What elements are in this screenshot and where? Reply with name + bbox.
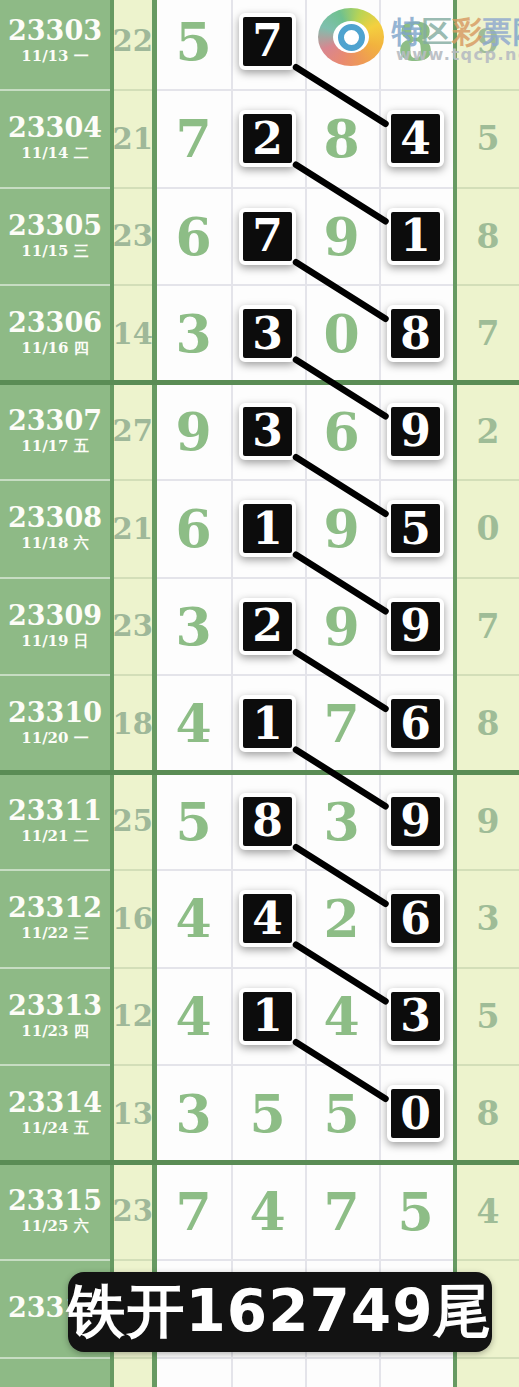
digit-value: 5: [323, 1083, 359, 1144]
highlighted-digit: 9: [387, 793, 444, 850]
tail-value: 9: [477, 802, 500, 841]
digit-value: 9: [323, 206, 359, 267]
digit-value: 1: [252, 507, 283, 551]
digit-cell: 3: [157, 285, 231, 383]
digit-value: 7: [323, 1181, 359, 1242]
issue-number: 23307: [8, 407, 102, 435]
digit-cell: 6: [157, 188, 231, 286]
tail-cell: 7: [457, 578, 519, 676]
digit-cell: 9: [305, 578, 379, 676]
digit-cell: 3: [231, 285, 305, 383]
row-separator: [457, 577, 519, 579]
sum-cell: 23: [114, 188, 153, 286]
digit-cell: 9: [379, 578, 453, 676]
digit-value: 4: [252, 897, 283, 941]
row-separator: [0, 1259, 110, 1261]
sum-value: 13: [113, 1097, 153, 1131]
digit-value: 8: [252, 799, 283, 843]
tail-cell: 8: [457, 1065, 519, 1163]
digit-value: 5: [397, 1181, 433, 1242]
table-row: 23310 11/20 一 18 4176 8: [0, 675, 519, 773]
group-separator: [0, 1160, 519, 1165]
highlighted-digit: 1: [239, 695, 296, 752]
row-separator: [457, 1259, 519, 1261]
digit-cell: 4: [157, 675, 231, 773]
site-name-char: 区: [422, 14, 452, 49]
row-separator: [114, 479, 153, 481]
row-separator: [114, 869, 153, 871]
issue-date: 11/14 二: [21, 144, 88, 163]
digit-cell: 3: [157, 578, 231, 676]
digit-value: 8: [400, 312, 431, 356]
digit-cell: 7: [157, 90, 231, 188]
highlighted-digit: 1: [239, 500, 296, 557]
highlighted-digit: 0: [387, 1085, 444, 1142]
digit-value: 7: [323, 693, 359, 754]
digit-cell: 8: [379, 285, 453, 383]
table-row: 23306 11/16 四 14 3308 7: [0, 285, 519, 383]
sum-cell: 13: [114, 1065, 153, 1163]
digit-value: 6: [175, 206, 211, 267]
highlighted-digit: 8: [239, 793, 296, 850]
tail-cell: [457, 1358, 519, 1387]
digit-value: 9: [323, 498, 359, 559]
digit-cell: 5: [379, 1163, 453, 1261]
issue-date: 11/23 四: [21, 1022, 88, 1041]
digit-value: 1: [252, 994, 283, 1038]
sum-value: 16: [113, 902, 153, 936]
issue-number: 23312: [8, 894, 102, 922]
logo-blue-ring-icon: [338, 24, 365, 51]
sum-cell: 14: [114, 285, 153, 383]
digit-cell: 3: [305, 773, 379, 871]
digit-cell: 6: [379, 870, 453, 968]
digit-cell: 7: [305, 1163, 379, 1261]
digit-value: 3: [175, 1083, 211, 1144]
highlighted-digit: 3: [239, 403, 296, 460]
issue-cell: 23303 11/13 一: [0, 0, 110, 90]
tail-cell: 8: [457, 188, 519, 286]
issue-cell: [0, 1358, 110, 1387]
sum-value: 21: [113, 512, 153, 546]
row-separator: [0, 89, 110, 91]
digit-cell: 1: [379, 188, 453, 286]
digit-value: 3: [175, 303, 211, 364]
site-watermark: 特区彩票网 www.tqcp.net: [314, 4, 519, 68]
digit-cell: 2: [305, 870, 379, 968]
digit-cell: 9: [305, 480, 379, 578]
row-separator: [114, 187, 153, 189]
issue-date: 11/21 二: [21, 827, 88, 846]
digit-cell: 3: [157, 1065, 231, 1163]
digit-value: 3: [175, 596, 211, 657]
tail-value: 2: [477, 412, 500, 451]
issue-number: 23309: [8, 602, 102, 630]
highlighted-digit: 5: [387, 500, 444, 557]
tail-value: 8: [477, 1094, 500, 1133]
digit-cell: 4: [231, 1163, 305, 1261]
digit-cell: 5: [305, 1065, 379, 1163]
digit-cell: 6: [157, 480, 231, 578]
highlighted-digit: 7: [239, 208, 296, 265]
tail-cell: 5: [457, 90, 519, 188]
sum-cell: 12: [114, 968, 153, 1066]
row-separator: [457, 479, 519, 481]
digit-cell: 0: [305, 285, 379, 383]
digit-cell: 4: [305, 968, 379, 1066]
table-row: 23312 11/22 三 16 4426 3: [0, 870, 519, 968]
row-separator: [0, 187, 110, 189]
row-separator: [457, 1357, 519, 1359]
highlighted-digit: 7: [239, 13, 296, 70]
digit-value: 3: [252, 409, 283, 453]
sum-cell: 22: [114, 0, 153, 90]
site-name-char: 网: [512, 14, 519, 49]
digit-cell: 7: [231, 0, 305, 90]
highlighted-digit: 3: [239, 305, 296, 362]
digit-value: 4: [175, 693, 211, 754]
digit-value: 9: [175, 401, 211, 462]
site-url: www.tqcp.net: [396, 45, 519, 64]
table-row: 23314 11/24 五 13 3550 8: [0, 1065, 519, 1163]
digit-cell: 4: [231, 870, 305, 968]
digit-cell: 0: [379, 1065, 453, 1163]
digit-value: 7: [175, 108, 211, 169]
tail-cell: 4: [457, 1163, 519, 1261]
issue-date: 11/13 一: [21, 47, 88, 66]
sum-value: 18: [113, 707, 153, 741]
digit-cell: [305, 1358, 379, 1387]
table-row: 23304 11/14 二 21 7284 5: [0, 90, 519, 188]
logo-inner-swirl-icon: [333, 21, 369, 53]
digit-cell: 5: [157, 773, 231, 871]
issue-date: 11/16 四: [21, 339, 88, 358]
issue-cell: 23308 11/18 六: [0, 480, 110, 578]
highlighted-digit: 1: [387, 208, 444, 265]
tail-value: 8: [477, 704, 500, 743]
digit-cell: 8: [305, 90, 379, 188]
issue-date: 11/25 六: [21, 1217, 88, 1236]
digit-value: 0: [323, 303, 359, 364]
row-separator: [114, 89, 153, 91]
row-separator: [0, 967, 110, 969]
row-separator: [457, 869, 519, 871]
digit-cell: 2: [231, 578, 305, 676]
tail-value: 7: [477, 607, 500, 646]
group-separator: [0, 770, 519, 775]
issue-cell: 23311 11/21 二: [0, 773, 110, 871]
row-separator: [0, 284, 110, 286]
sum-value: 22: [113, 24, 153, 58]
highlighted-digit: 6: [387, 890, 444, 947]
digit-cell: 9: [379, 383, 453, 481]
sum-value: 25: [113, 804, 153, 838]
sum-cell: 21: [114, 90, 153, 188]
digit-value: 5: [175, 791, 211, 852]
digit-value: 7: [252, 19, 283, 63]
sum-cell: 18: [114, 675, 153, 773]
digit-cell: [379, 1358, 453, 1387]
site-name-char: 票: [482, 14, 512, 49]
digit-value: 7: [252, 214, 283, 258]
sum-cell: 23: [114, 578, 153, 676]
issue-number: 23310: [8, 699, 102, 727]
digit-value: 9: [400, 604, 431, 648]
highlighted-digit: 9: [387, 403, 444, 460]
digit-cell: 5: [157, 0, 231, 90]
digit-value: 6: [400, 897, 431, 941]
row-separator: [114, 1259, 153, 1261]
issue-number: 23315: [8, 1187, 102, 1215]
row-separator: [0, 674, 110, 676]
digit-value: 7: [175, 1181, 211, 1242]
digit-cell: 4: [379, 90, 453, 188]
digit-cell: 2: [231, 90, 305, 188]
digit-value: 5: [249, 1083, 285, 1144]
issue-date: 11/18 六: [21, 534, 88, 553]
tail-cell: 5: [457, 968, 519, 1066]
digit-cell: 9: [305, 188, 379, 286]
issue-number: 23306: [8, 309, 102, 337]
issue-number: 23305: [8, 212, 102, 240]
row-separator: [457, 284, 519, 286]
column-border: [110, 0, 114, 1387]
digit-cell: 7: [305, 675, 379, 773]
issue-date: 11/24 五: [21, 1119, 88, 1138]
sum-value: 21: [113, 122, 153, 156]
site-logo-icon: [318, 8, 384, 66]
digit-cell: 1: [231, 675, 305, 773]
digit-cell: [231, 1358, 305, 1387]
issue-cell: 23313 11/23 四: [0, 968, 110, 1066]
row-separator: [114, 674, 153, 676]
digit-value: 0: [400, 1092, 431, 1136]
digit-cell: 5: [231, 1065, 305, 1163]
issue-number: 23311: [8, 797, 102, 825]
row-separator: [457, 967, 519, 969]
issue-cell: 23312 11/22 三: [0, 870, 110, 968]
digit-value: 4: [400, 117, 431, 161]
sum-value: 23: [113, 609, 153, 643]
tail-cell: 3: [457, 870, 519, 968]
site-name-char: 特: [392, 14, 422, 49]
digit-value: 3: [323, 791, 359, 852]
row-separator: [114, 1357, 153, 1359]
tail-cell: 2: [457, 383, 519, 481]
issue-number: 23314: [8, 1089, 102, 1117]
digit-value: 6: [323, 401, 359, 462]
tail-value: 7: [477, 314, 500, 353]
digit-value: 4: [249, 1181, 285, 1242]
table-row: 23315 11/25 六 23 7475 4: [0, 1163, 519, 1261]
sum-value: 23: [113, 219, 153, 253]
issue-cell: 23315 11/25 六: [0, 1163, 110, 1261]
sum-value: 12: [113, 999, 153, 1033]
row-separator: [0, 1357, 110, 1359]
prediction-banner: 铁开162749尾: [68, 1272, 492, 1352]
tail-cell: 8: [457, 675, 519, 773]
digit-value: 3: [400, 994, 431, 1038]
table-row: 23307 11/17 五 27 9369 2: [0, 383, 519, 481]
issue-cell: 23306 11/16 四: [0, 285, 110, 383]
tail-value: 4: [477, 1192, 500, 1231]
group-separator: [0, 380, 519, 385]
digit-value: 9: [323, 596, 359, 657]
digit-cell: 4: [157, 968, 231, 1066]
issue-date: 11/22 三: [21, 924, 88, 943]
digit-value: 8: [323, 108, 359, 169]
table-row: 23305 11/15 三 23 6791 8: [0, 188, 519, 286]
digit-cell: 7: [231, 188, 305, 286]
sum-cell: 23: [114, 1163, 153, 1261]
digit-cell: 1: [231, 480, 305, 578]
issue-cell: 23310 11/20 一: [0, 675, 110, 773]
table-row: 23313 11/23 四 12 4143 5: [0, 968, 519, 1066]
digit-cell: 1: [231, 968, 305, 1066]
column-border: [453, 0, 458, 1387]
sum-cell: 16: [114, 870, 153, 968]
digit-value: 6: [400, 702, 431, 746]
sum-cell: [114, 1358, 153, 1387]
digit-cell: 9: [379, 773, 453, 871]
sum-value: 27: [113, 414, 153, 448]
tail-value: 0: [477, 509, 500, 548]
lottery-trend-chart: 23303 11/13 一 22 578 9 23304 11/14 二 21 …: [0, 0, 519, 1387]
tail-cell: 0: [457, 480, 519, 578]
digit-value: 1: [400, 214, 431, 258]
issue-number: 23303: [8, 17, 102, 45]
digit-value: 3: [252, 312, 283, 356]
highlighted-digit: 9: [387, 598, 444, 655]
tail-value: 3: [477, 899, 500, 938]
digit-cell: 9: [157, 383, 231, 481]
issue-date: 11/19 日: [21, 632, 88, 651]
digit-cell: 7: [157, 1163, 231, 1261]
row-separator: [457, 89, 519, 91]
tail-value: 5: [477, 997, 500, 1036]
issue-number: 23308: [8, 504, 102, 532]
digit-value: 2: [252, 604, 283, 648]
sum-value: 23: [113, 1194, 153, 1228]
tail-value: 5: [477, 119, 500, 158]
digit-cell: 6: [305, 383, 379, 481]
digit-value: 4: [175, 888, 211, 949]
issue-date: 11/20 一: [21, 729, 88, 748]
digit-cell: [157, 1358, 231, 1387]
digit-value: 6: [175, 498, 211, 559]
row-separator: [0, 1064, 110, 1066]
issue-cell: 23307 11/17 五: [0, 383, 110, 481]
row-separator: [114, 967, 153, 969]
sum-cell: 25: [114, 773, 153, 871]
digit-value: 9: [400, 799, 431, 843]
issue-number: 23304: [8, 114, 102, 142]
highlighted-digit: 3: [387, 988, 444, 1045]
tail-cell: 9: [457, 773, 519, 871]
row-separator: [0, 577, 110, 579]
issue-date: 11/17 五: [21, 437, 88, 456]
issue-date: 11/15 三: [21, 242, 88, 261]
sum-cell: 27: [114, 383, 153, 481]
digit-value: 5: [175, 11, 211, 72]
highlighted-digit: 6: [387, 695, 444, 752]
row-separator: [0, 479, 110, 481]
digit-value: 2: [323, 888, 359, 949]
row-separator: [0, 869, 110, 871]
site-name-char: 彩: [452, 14, 482, 49]
row-separator: [114, 284, 153, 286]
row-separator: [457, 674, 519, 676]
table-row: 23308 11/18 六 21 6195 0: [0, 480, 519, 578]
digit-value: 4: [323, 986, 359, 1047]
digit-value: 4: [175, 986, 211, 1047]
digit-value: 5: [400, 507, 431, 551]
tail-value: 8: [477, 217, 500, 256]
issue-number: 23313: [8, 992, 102, 1020]
digit-cell: 3: [379, 968, 453, 1066]
highlighted-digit: 8: [387, 305, 444, 362]
highlighted-digit: 4: [239, 890, 296, 947]
highlighted-digit: 2: [239, 110, 296, 167]
digit-value: 1: [252, 702, 283, 746]
banner-text: 铁开162749尾: [67, 1273, 492, 1351]
row-separator: [114, 577, 153, 579]
highlighted-digit: 4: [387, 110, 444, 167]
sum-cell: 21: [114, 480, 153, 578]
issue-cell: 23305 11/15 三: [0, 188, 110, 286]
digit-cell: 8: [231, 773, 305, 871]
row-separator: [114, 1064, 153, 1066]
issue-cell: 23304 11/14 二: [0, 90, 110, 188]
row-separator: [457, 187, 519, 189]
sum-value: 14: [113, 317, 153, 351]
digit-value: 9: [400, 409, 431, 453]
digit-cell: 3: [231, 383, 305, 481]
digit-cell: 4: [157, 870, 231, 968]
table-row: [0, 1358, 519, 1387]
issue-cell: 23314 11/24 五: [0, 1065, 110, 1163]
highlighted-digit: 1: [239, 988, 296, 1045]
digit-cell: 5: [379, 480, 453, 578]
tail-cell: 7: [457, 285, 519, 383]
table-row: 23309 11/19 日 23 3299 7: [0, 578, 519, 676]
digit-cell: 6: [379, 675, 453, 773]
row-separator: [457, 1064, 519, 1066]
digit-value: 2: [252, 117, 283, 161]
issue-cell: 23309 11/19 日: [0, 578, 110, 676]
table-row: 23311 11/21 二 25 5839 9: [0, 773, 519, 871]
highlighted-digit: 2: [239, 598, 296, 655]
